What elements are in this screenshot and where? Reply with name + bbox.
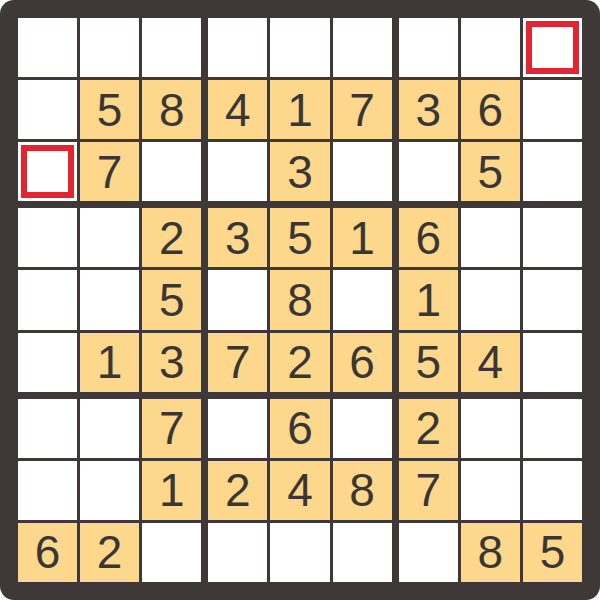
cell-r9c1[interactable]: 6 — [18, 523, 77, 582]
cell-digit: 1 — [287, 87, 313, 133]
cell-digit: 1 — [349, 215, 375, 261]
cell-r3c8[interactable]: 5 — [461, 142, 520, 201]
cell-digit: 1 — [97, 339, 123, 385]
box-r1c2: 4173 — [208, 18, 391, 201]
cell-r7c1[interactable] — [18, 399, 77, 458]
cell-r2c6[interactable]: 7 — [333, 80, 392, 139]
cell-r5c1[interactable] — [18, 270, 77, 329]
target-cell-marker — [21, 145, 74, 198]
cell-r2c1[interactable] — [18, 80, 77, 139]
cell-r4c3[interactable]: 2 — [142, 208, 201, 267]
cell-r1c3[interactable] — [142, 18, 201, 77]
cell-r8c1[interactable] — [18, 461, 77, 520]
cell-digit: 1 — [159, 467, 185, 513]
cell-digit: 3 — [415, 87, 441, 133]
cell-digit: 4 — [287, 467, 313, 513]
cell-r3c5[interactable]: 3 — [270, 142, 329, 201]
cell-r9c5[interactable] — [270, 523, 329, 582]
cell-digit: 7 — [415, 467, 441, 513]
cell-r4c2[interactable] — [80, 208, 139, 267]
cell-digit: 1 — [415, 277, 441, 323]
cell-r4c6[interactable]: 1 — [333, 208, 392, 267]
cell-digit: 5 — [159, 277, 185, 323]
cell-r7c5[interactable]: 6 — [270, 399, 329, 458]
cell-r6c7[interactable]: 5 — [399, 333, 458, 392]
cell-digit: 2 — [287, 339, 313, 385]
cell-digit: 7 — [349, 87, 375, 133]
cell-r2c8[interactable]: 6 — [461, 80, 520, 139]
cell-digit: 4 — [478, 339, 504, 385]
sudoku-grid: 5874173365251335187266154716262482785 — [18, 18, 582, 582]
cell-r2c7[interactable]: 3 — [399, 80, 458, 139]
cell-r5c5[interactable]: 8 — [270, 270, 329, 329]
cell-r3c7[interactable] — [399, 142, 458, 201]
cell-digit: 5 — [287, 215, 313, 261]
cell-digit: 7 — [225, 339, 251, 385]
cell-r8c6[interactable]: 8 — [333, 461, 392, 520]
cell-r9c7[interactable] — [399, 523, 458, 582]
cell-digit: 3 — [225, 215, 251, 261]
cell-r3c3[interactable] — [142, 142, 201, 201]
cell-r6c3[interactable]: 3 — [142, 333, 201, 392]
cell-r9c9[interactable]: 5 — [523, 523, 582, 582]
cell-r9c2[interactable]: 2 — [80, 523, 139, 582]
cell-r1c7[interactable] — [399, 18, 458, 77]
cell-r5c3[interactable]: 5 — [142, 270, 201, 329]
cell-r4c5[interactable]: 5 — [270, 208, 329, 267]
cell-r1c4[interactable] — [208, 18, 267, 77]
cell-digit: 7 — [159, 405, 185, 451]
box-r2c2: 3518726 — [208, 208, 391, 391]
cell-digit: 6 — [287, 405, 313, 451]
cell-r9c6[interactable] — [333, 523, 392, 582]
box-r1c3: 365 — [399, 18, 582, 201]
cell-r7c6[interactable] — [333, 399, 392, 458]
box-r3c1: 7162 — [18, 399, 201, 582]
cell-r6c6[interactable]: 6 — [333, 333, 392, 392]
cell-r8c9[interactable] — [523, 461, 582, 520]
cell-r2c2[interactable]: 5 — [80, 80, 139, 139]
cell-digit: 8 — [287, 277, 313, 323]
cell-digit: 8 — [349, 467, 375, 513]
cell-digit: 5 — [478, 149, 504, 195]
sudoku-board: 5874173365251335187266154716262482785 — [0, 0, 600, 600]
cell-digit: 3 — [287, 149, 313, 195]
cell-digit: 5 — [97, 87, 123, 133]
cell-r1c2[interactable] — [80, 18, 139, 77]
cell-r6c2[interactable]: 1 — [80, 333, 139, 392]
cell-r2c5[interactable]: 1 — [270, 80, 329, 139]
cell-r5c4[interactable] — [208, 270, 267, 329]
cell-r2c9[interactable] — [523, 80, 582, 139]
cell-r3c2[interactable]: 7 — [80, 142, 139, 201]
cell-r4c7[interactable]: 6 — [399, 208, 458, 267]
cell-r2c3[interactable]: 8 — [142, 80, 201, 139]
box-r3c2: 6248 — [208, 399, 391, 582]
box-r3c3: 2785 — [399, 399, 582, 582]
cell-digit: 6 — [415, 215, 441, 261]
cell-r6c4[interactable]: 7 — [208, 333, 267, 392]
cell-r8c5[interactable]: 4 — [270, 461, 329, 520]
cell-r8c7[interactable]: 7 — [399, 461, 458, 520]
box-r2c1: 2513 — [18, 208, 201, 391]
cell-digit: 6 — [349, 339, 375, 385]
cell-r9c4[interactable] — [208, 523, 267, 582]
cell-r4c8[interactable] — [461, 208, 520, 267]
cell-digit: 6 — [35, 529, 61, 575]
cell-r7c9[interactable] — [523, 399, 582, 458]
cell-r8c8[interactable] — [461, 461, 520, 520]
cell-r9c8[interactable]: 8 — [461, 523, 520, 582]
cell-r3c6[interactable] — [333, 142, 392, 201]
cell-digit: 2 — [159, 215, 185, 261]
box-r1c1: 587 — [18, 18, 201, 201]
cell-r4c9[interactable] — [523, 208, 582, 267]
cell-r1c1[interactable] — [18, 18, 77, 77]
cell-digit: 5 — [415, 339, 441, 385]
cell-digit: 2 — [97, 529, 123, 575]
cell-r7c7[interactable]: 2 — [399, 399, 458, 458]
cell-r5c2[interactable] — [80, 270, 139, 329]
cell-r5c7[interactable]: 1 — [399, 270, 458, 329]
cell-r1c9[interactable] — [523, 18, 582, 77]
cell-r2c4[interactable]: 4 — [208, 80, 267, 139]
cell-digit: 8 — [478, 529, 504, 575]
cell-digit: 2 — [225, 467, 251, 513]
cell-digit: 6 — [478, 87, 504, 133]
box-r2c3: 6154 — [399, 208, 582, 391]
cell-r3c4[interactable] — [208, 142, 267, 201]
cell-digit: 7 — [97, 149, 123, 195]
cell-r1c8[interactable] — [461, 18, 520, 77]
cell-r3c1[interactable] — [18, 142, 77, 201]
cell-r5c9[interactable] — [523, 270, 582, 329]
cell-r6c1[interactable] — [18, 333, 77, 392]
target-cell-marker — [526, 21, 579, 74]
cell-r7c8[interactable] — [461, 399, 520, 458]
cell-digit: 5 — [540, 529, 566, 575]
cell-r6c5[interactable]: 2 — [270, 333, 329, 392]
cell-r4c4[interactable]: 3 — [208, 208, 267, 267]
cell-digit: 8 — [159, 87, 185, 133]
cell-r5c8[interactable] — [461, 270, 520, 329]
cell-r3c9[interactable] — [523, 142, 582, 201]
cell-r7c4[interactable] — [208, 399, 267, 458]
cell-digit: 2 — [415, 405, 441, 451]
cell-r1c5[interactable] — [270, 18, 329, 77]
cell-digit: 4 — [225, 87, 251, 133]
cell-r9c3[interactable] — [142, 523, 201, 582]
cell-r4c1[interactable] — [18, 208, 77, 267]
cell-r1c6[interactable] — [333, 18, 392, 77]
cell-r5c6[interactable] — [333, 270, 392, 329]
cell-digit: 3 — [159, 339, 185, 385]
cell-r8c4[interactable]: 2 — [208, 461, 267, 520]
cell-r8c2[interactable] — [80, 461, 139, 520]
cell-r7c3[interactable]: 7 — [142, 399, 201, 458]
cell-r7c2[interactable] — [80, 399, 139, 458]
cell-r6c9[interactable] — [523, 333, 582, 392]
cell-r8c3[interactable]: 1 — [142, 461, 201, 520]
cell-r6c8[interactable]: 4 — [461, 333, 520, 392]
